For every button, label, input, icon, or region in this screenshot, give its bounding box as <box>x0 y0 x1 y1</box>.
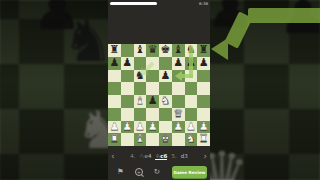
zoom-plus-glyph: + <box>137 170 141 175</box>
reset-icon[interactable]: ↻ <box>154 168 160 176</box>
white-king: ♚ <box>160 133 170 146</box>
white-pawn: ♟ <box>122 121 132 134</box>
square-e3[interactable] <box>159 108 172 121</box>
square-g6[interactable] <box>185 70 198 83</box>
square-f4[interactable] <box>172 95 185 108</box>
square-c3[interactable] <box>134 108 147 121</box>
square-h1[interactable]: ♜ <box>197 133 210 146</box>
move-token-d3[interactable]: d3 <box>181 153 188 159</box>
black-knight: ♞ <box>135 70 145 83</box>
white-pawn: ♟ <box>199 121 209 134</box>
move-token-num-5.[interactable]: 5. <box>171 153 176 159</box>
black-queen: ♛ <box>148 44 158 57</box>
square-a5[interactable] <box>108 82 121 95</box>
black-rook: ♜ <box>199 44 209 57</box>
square-b1[interactable] <box>121 133 134 146</box>
black-pawn: ♟ <box>199 57 209 70</box>
square-d6[interactable] <box>146 70 159 83</box>
black-rook: ♜ <box>109 44 119 57</box>
square-a6[interactable] <box>108 70 121 83</box>
square-g1[interactable]: ♞ <box>185 133 198 146</box>
square-e1[interactable]: ♚ <box>159 133 172 146</box>
white-bishop: ♝ <box>135 95 145 108</box>
move-token-♘e4[interactable]: ♘e4 <box>140 153 152 159</box>
square-f1[interactable] <box>172 133 185 146</box>
square-d3[interactable] <box>146 108 159 121</box>
white-pawn: ♟ <box>148 121 158 134</box>
white-knight: ♞ <box>160 95 170 108</box>
square-e2[interactable] <box>159 121 172 134</box>
square-c1[interactable]: ♝ <box>134 133 147 146</box>
move-list: ‹ 4.♘e4♘c65.d3 › <box>108 149 210 163</box>
square-b2[interactable]: ♟ <box>121 121 134 134</box>
square-f3[interactable]: ♛ <box>172 108 185 121</box>
black-knight: ♞ <box>186 44 196 57</box>
flag-icon[interactable]: ⚑ <box>117 168 124 176</box>
white-pawn: ♟ <box>186 121 196 134</box>
square-e8[interactable]: ♚ <box>159 44 172 57</box>
square-d2[interactable]: ♟ <box>146 121 159 134</box>
square-b3[interactable] <box>121 108 134 121</box>
chess-board[interactable]: ♜♝♛♚♝♞♜♟♟♟♟♟♞♟♝♟♞♛♟♟♟♟♟♟♟♜♝♚♞♜ <box>108 44 210 146</box>
square-g7[interactable]: ♟ <box>185 57 198 70</box>
square-f8[interactable]: ♝ <box>172 44 185 57</box>
white-pawn: ♟ <box>109 121 119 134</box>
square-c5[interactable] <box>134 82 147 95</box>
square-d7[interactable] <box>146 57 159 70</box>
square-g2[interactable]: ♟ <box>185 121 198 134</box>
phone-screen: 6:36 ♜♝♛♚♝♞♜♟♟♟♟♟♞♟♝♟♞♛♟♟♟♟♟♟♟♜♝♚♞♜ ‹ 4.… <box>108 0 210 180</box>
square-b5[interactable] <box>121 82 134 95</box>
bottom-toolbar: ⚑ + ↻ Game Review <box>108 164 210 180</box>
square-c2[interactable]: ♟ <box>134 121 147 134</box>
white-knight: ♞ <box>186 133 196 146</box>
status-time: 6:36 <box>199 1 208 6</box>
square-b4[interactable] <box>121 95 134 108</box>
square-g3[interactable] <box>185 108 198 121</box>
status-bar: 6:36 <box>108 0 210 6</box>
black-pawn: ♟ <box>186 57 196 70</box>
black-bishop: ♝ <box>173 44 183 57</box>
black-pawn: ♟ <box>173 57 183 70</box>
square-h7[interactable]: ♟ <box>197 57 210 70</box>
square-h3[interactable] <box>197 108 210 121</box>
square-d8[interactable]: ♛ <box>146 44 159 57</box>
square-a3[interactable] <box>108 108 121 121</box>
square-d1[interactable] <box>146 133 159 146</box>
square-a4[interactable] <box>108 95 121 108</box>
square-h2[interactable]: ♟ <box>197 121 210 134</box>
square-e4[interactable]: ♞ <box>159 95 172 108</box>
square-e6[interactable]: ♟ <box>159 70 172 83</box>
square-c7[interactable] <box>134 57 147 70</box>
white-bishop: ♝ <box>135 133 145 146</box>
square-d5[interactable] <box>146 82 159 95</box>
square-h5[interactable] <box>197 82 210 95</box>
square-f6[interactable] <box>172 70 185 83</box>
game-review-button[interactable]: Game Review <box>172 166 207 178</box>
square-g8[interactable]: ♞ <box>185 44 198 57</box>
square-e7[interactable] <box>159 57 172 70</box>
black-king: ♚ <box>160 44 170 57</box>
white-pawn: ♟ <box>173 121 183 134</box>
square-c8[interactable]: ♝ <box>134 44 147 57</box>
square-g4[interactable] <box>185 95 198 108</box>
square-d4[interactable]: ♟ <box>146 95 159 108</box>
white-rook: ♜ <box>109 133 119 146</box>
square-b7[interactable]: ♟ <box>121 57 134 70</box>
video-frame: ♟♞♞♟♟♛ 6:36 ♜♝♛♚♝♞♜♟♟♟♟♟♞♟♝♟♞♛♟♟♟♟♟♟♟♜♝♚… <box>0 0 320 180</box>
move-token-♘c6[interactable]: ♘c6 <box>155 153 167 160</box>
square-f7[interactable]: ♟ <box>172 57 185 70</box>
black-pawn: ♟ <box>148 95 158 108</box>
square-h4[interactable] <box>197 95 210 108</box>
square-f5[interactable] <box>172 82 185 95</box>
white-rook: ♜ <box>199 133 209 146</box>
square-a2[interactable]: ♟ <box>108 121 121 134</box>
square-a7[interactable]: ♟ <box>108 57 121 70</box>
move-token-num-4.[interactable]: 4. <box>130 153 135 159</box>
square-b8[interactable] <box>121 44 134 57</box>
square-a1[interactable]: ♜ <box>108 133 121 146</box>
white-pawn: ♟ <box>135 121 145 134</box>
next-move-button[interactable]: › <box>203 151 207 161</box>
square-h8[interactable]: ♜ <box>197 44 210 57</box>
zoom-icon[interactable]: + <box>135 168 143 176</box>
square-f2[interactable]: ♟ <box>172 121 185 134</box>
white-queen: ♛ <box>173 108 183 121</box>
black-bishop: ♝ <box>135 44 145 57</box>
black-pawn: ♟ <box>109 57 119 70</box>
square-c6[interactable]: ♞ <box>134 70 147 83</box>
move-tokens: 4.♘e4♘c65.d3 <box>115 153 204 160</box>
black-pawn: ♟ <box>122 57 132 70</box>
square-b6[interactable] <box>121 70 134 83</box>
square-c4[interactable]: ♝ <box>134 95 147 108</box>
square-h6[interactable] <box>197 70 210 83</box>
square-g5[interactable] <box>185 82 198 95</box>
square-a8[interactable]: ♜ <box>108 44 121 57</box>
video-progress-bar <box>110 2 157 5</box>
square-e5[interactable] <box>159 82 172 95</box>
black-pawn: ♟ <box>160 70 170 83</box>
